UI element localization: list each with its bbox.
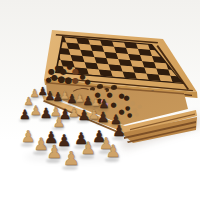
chessman-light: ♟ bbox=[53, 115, 66, 129]
chessman-dark: ♟ bbox=[97, 110, 110, 124]
standing-pieces-layer: ♟♟♟♟♟♟♟♟♟♟♟♟♟♟♟♟♟♟♟♟♟♟♟♟♟♟♟♟♟♟♟♟♟♟ bbox=[0, 0, 200, 200]
chessman-dark: ♟ bbox=[19, 108, 31, 121]
chessman-dark: ♟ bbox=[112, 124, 125, 139]
scene: ●●●●●●●●●●●●●●●●●●●●●●●●●●●●●● ♟♟♟♟♟♟♟♟♟… bbox=[0, 0, 200, 200]
chessman-light: ♟ bbox=[63, 149, 80, 168]
chessman-light: ♟ bbox=[106, 143, 121, 160]
